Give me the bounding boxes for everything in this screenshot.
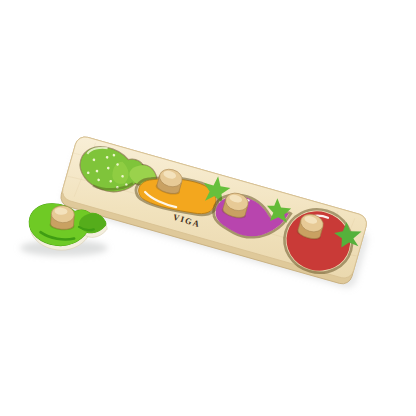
- puzzle-board: VIGA: [59, 135, 369, 287]
- puzzle-scene: VIGA: [0, 0, 416, 416]
- product-photo-canvas: VIGA: [0, 0, 416, 416]
